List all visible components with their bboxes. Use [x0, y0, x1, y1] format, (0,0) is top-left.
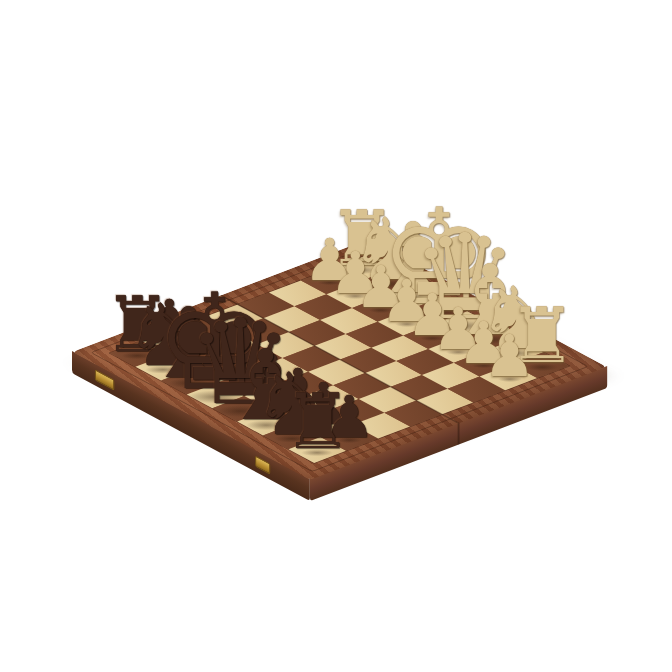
piece-wP-a2[interactable]: ♟ [484, 327, 536, 385]
piece-bR-a8[interactable]: ♜ [283, 384, 351, 460]
brass-clasp-icon [255, 456, 270, 475]
fold-seam-edge [458, 422, 460, 445]
product-photo: ♜♞♝♛♚♝♞♜♟♟♟♟♟♟♟♟♟♟♟♟♟♟♟♟♜♞♝♛♚♝♞♜ [0, 0, 672, 672]
